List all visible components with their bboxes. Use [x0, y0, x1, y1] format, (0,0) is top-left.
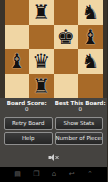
- score-row: Board Score: 0 Best This Board: 0: [0, 98, 107, 116]
- square-r2c0[interactable]: ♝: [5, 49, 30, 74]
- recents-icon[interactable]: ❐: [33, 167, 39, 182]
- square-r3c2[interactable]: [54, 74, 79, 99]
- piece-br-r0c1[interactable]: ♜: [32, 0, 50, 25]
- square-r2c2[interactable]: [54, 49, 79, 74]
- piece-bn-r0c3[interactable]: ♞: [81, 0, 99, 25]
- chevron-icon[interactable]: ⌃: [87, 167, 93, 182]
- square-r1c3[interactable]: ♝: [78, 25, 103, 50]
- android-navbar: ▤ ❐ ⌂ ↩ ⌃: [0, 167, 107, 182]
- show-stats-button[interactable]: Show Stats: [55, 117, 104, 130]
- square-r0c2[interactable]: [54, 0, 79, 25]
- help-button[interactable]: Help: [4, 132, 53, 145]
- piece-bq-r2c1[interactable]: ♛: [32, 49, 50, 74]
- retry-board-button[interactable]: Retry Board: [4, 117, 53, 130]
- piece-bb-r1c3[interactable]: ♝: [81, 25, 99, 50]
- control-panel: Board Score: 0 Best This Board: 0 Retry …: [0, 98, 107, 167]
- board-score-value: 0: [0, 106, 54, 113]
- piece-br-r3c1[interactable]: ♜: [32, 74, 50, 99]
- best-this-board-value: 0: [54, 106, 108, 113]
- square-r0c1[interactable]: ♜: [29, 0, 54, 25]
- square-r2c1[interactable]: ♛: [29, 49, 54, 74]
- square-r3c0[interactable]: [5, 74, 30, 99]
- square-r3c3[interactable]: [78, 74, 103, 99]
- square-r1c1[interactable]: [29, 25, 54, 50]
- piece-bb-r2c0[interactable]: ♝: [8, 49, 26, 74]
- button-grid: Retry Board Show Stats Help Number of Pi…: [0, 116, 107, 147]
- square-r2c3[interactable]: ♞: [78, 49, 103, 74]
- menu-icon[interactable]: ▤: [14, 167, 21, 182]
- home-icon[interactable]: ⌂: [52, 167, 56, 182]
- square-r0c3[interactable]: ♞: [78, 0, 103, 25]
- best-this-board: Best This Board: 0: [54, 98, 108, 116]
- square-r1c2[interactable]: ♚: [54, 25, 79, 50]
- sound-status-row: [0, 147, 107, 167]
- square-r3c1[interactable]: ♜: [29, 74, 54, 99]
- number-of-pieces-button[interactable]: Number of Pieces: [55, 132, 104, 145]
- square-r0c0[interactable]: [5, 0, 30, 25]
- board-score: Board Score: 0: [0, 98, 54, 116]
- piece-bn-r2c3[interactable]: ♞: [81, 49, 99, 74]
- back-icon[interactable]: ↩: [69, 167, 75, 182]
- board-area: ♜♞♚♝♝♛♞♜: [0, 0, 107, 98]
- speaker-muted-icon[interactable]: [48, 153, 60, 162]
- chess-board[interactable]: ♜♞♚♝♝♛♞♜: [5, 0, 103, 98]
- piece-bk-r1c2[interactable]: ♚: [57, 25, 75, 50]
- square-r1c0[interactable]: [5, 25, 30, 50]
